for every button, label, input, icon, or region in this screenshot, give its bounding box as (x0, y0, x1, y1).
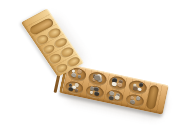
pit-flat-r1-c2[interactable] (87, 71, 107, 87)
pit-flat-r2-c4[interactable] (125, 92, 145, 108)
pit-flat-r1-c4[interactable] (128, 79, 148, 95)
stone (130, 99, 136, 105)
stone (77, 70, 82, 75)
stone (136, 96, 141, 101)
pit-flat-r2-c3[interactable] (105, 88, 125, 104)
stone (114, 95, 120, 101)
stone (117, 82, 123, 88)
mancala-board-photo (0, 0, 189, 140)
stone (89, 91, 93, 95)
pit-flat-r1-c3[interactable] (108, 75, 128, 91)
stone (109, 95, 114, 100)
stone (77, 74, 81, 78)
stone (138, 87, 142, 91)
pit-flat-r2-c1[interactable] (64, 80, 84, 96)
stone (94, 91, 99, 96)
pit-flat-r2-c2[interactable] (84, 84, 104, 100)
stone (71, 72, 77, 78)
